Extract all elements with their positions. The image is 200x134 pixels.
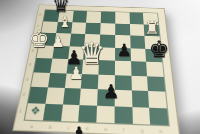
square-h8 xyxy=(143,13,158,25)
square-b3 xyxy=(48,72,66,87)
square-h3 xyxy=(147,76,165,92)
file-label-c: c xyxy=(67,126,70,131)
square-b8 xyxy=(58,10,74,21)
square-e2 xyxy=(97,89,114,106)
square-b2 xyxy=(45,87,64,104)
square-g5 xyxy=(130,48,146,62)
square-d1 xyxy=(78,105,97,123)
square-h7 xyxy=(144,24,160,36)
file-label-f: f xyxy=(123,128,125,133)
square-b7 xyxy=(56,21,72,33)
square-b4 xyxy=(50,59,68,74)
file-label-h: h xyxy=(159,130,162,134)
square-g3 xyxy=(131,75,148,91)
square-g6 xyxy=(130,35,146,48)
square-c7 xyxy=(71,22,87,34)
square-d5 xyxy=(83,46,99,60)
square-d3 xyxy=(81,74,98,90)
square-e8 xyxy=(101,12,115,24)
square-e4 xyxy=(98,60,114,75)
rank-label-5: 5 xyxy=(31,49,34,52)
square-d8 xyxy=(86,11,101,22)
chessboard-photo: ❖ abcdefgh 12345678 ♛♝♜♚♟♚♟♟♛♟♟♟ xyxy=(0,0,200,134)
square-h6 xyxy=(145,36,161,49)
rank-label-8: 8 xyxy=(39,13,42,16)
square-e6 xyxy=(100,34,115,47)
square-c8 xyxy=(72,11,87,22)
rank-label-7: 7 xyxy=(36,25,39,28)
file-labels: abcdefgh xyxy=(22,124,171,134)
rank-label-3: 3 xyxy=(25,77,28,81)
square-h2 xyxy=(148,91,167,108)
square-d4 xyxy=(82,60,99,75)
square-d6 xyxy=(84,34,100,47)
square-h5 xyxy=(145,48,162,62)
square-c6 xyxy=(69,34,85,47)
square-c1 xyxy=(61,104,80,122)
square-h4 xyxy=(146,62,163,77)
square-g2 xyxy=(131,90,149,107)
square-g8 xyxy=(129,13,144,25)
square-f2 xyxy=(114,90,131,107)
square-e3 xyxy=(98,74,115,90)
square-c4 xyxy=(66,59,83,74)
square-c2 xyxy=(62,88,81,105)
rank-label-4: 4 xyxy=(28,63,31,67)
square-e1 xyxy=(96,105,114,123)
square-f7 xyxy=(115,23,130,35)
board-grid: ❖ xyxy=(24,9,170,126)
square-g4 xyxy=(131,61,148,76)
square-h1 xyxy=(149,107,168,125)
square-c5 xyxy=(68,46,85,60)
square-d7 xyxy=(85,22,100,34)
square-f4 xyxy=(115,61,131,76)
square-b1 xyxy=(43,103,63,121)
file-label-b: b xyxy=(48,125,52,130)
chess-board: ❖ abcdefgh 12345678 xyxy=(12,4,180,134)
square-b6 xyxy=(54,33,71,46)
square-g7 xyxy=(129,24,144,36)
square-e5 xyxy=(99,47,115,61)
square-f5 xyxy=(115,47,131,61)
rank-label-2: 2 xyxy=(22,93,26,97)
square-f6 xyxy=(115,35,130,48)
square-c3 xyxy=(64,73,82,89)
file-label-d: d xyxy=(85,127,88,132)
square-f1 xyxy=(114,106,132,124)
square-f3 xyxy=(115,75,132,91)
file-label-e: e xyxy=(104,127,107,132)
square-g1 xyxy=(132,107,151,125)
file-label-g: g xyxy=(140,129,143,134)
square-f8 xyxy=(115,12,129,24)
square-b5 xyxy=(52,45,69,59)
square-e7 xyxy=(100,23,115,35)
rank-label-6: 6 xyxy=(34,37,37,40)
square-d2 xyxy=(80,89,98,106)
rank-label-1: 1 xyxy=(19,110,23,115)
file-label-a: a xyxy=(30,125,34,130)
